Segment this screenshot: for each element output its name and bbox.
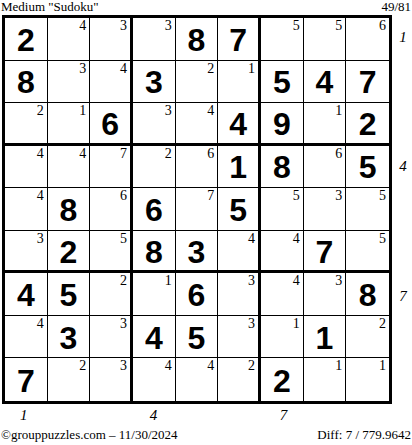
cell-r9c8[interactable]: 1 [304,358,347,401]
cell-r3c3[interactable]: 6 [90,103,133,146]
digit: 3 [188,236,206,268]
digit: 5 [188,322,206,354]
digit: 2 [273,365,291,397]
pencil-mark: 4 [120,61,127,76]
pencil-mark: 2 [165,146,172,161]
digit: 4 [229,108,247,140]
digit: 8 [17,66,35,98]
pencil-mark: 3 [335,273,342,288]
pencil-mark: 5 [120,231,127,246]
cell-r9c1[interactable]: 7 [5,358,48,401]
cell-r2c8[interactable]: 4 [304,61,347,104]
cell-r8c7[interactable]: 1 [261,316,304,359]
digit: 7 [316,236,334,268]
row-label-4: 4 [396,158,410,174]
cell-r5c5[interactable]: 7 [176,188,219,231]
cell-r1c2[interactable]: 4 [48,18,91,61]
pencil-mark: 5 [293,18,300,33]
pencil-mark: 4 [165,358,172,373]
pencil-mark: 4 [79,18,86,33]
pencil-mark: 6 [120,188,127,203]
pencil-mark: 3 [120,358,127,373]
cell-r4c5[interactable]: 6 [176,146,219,189]
pencil-mark: 2 [207,61,214,76]
pencil-mark: 4 [37,188,44,203]
progress-counter: 49/81 [381,0,411,14]
cell-r9c3[interactable]: 3 [90,358,133,401]
cell-r3c9[interactable]: 2 [346,103,389,146]
cell-r7c8[interactable]: 3 [304,273,347,316]
cell-r2c5[interactable]: 2 [176,61,219,104]
cell-r9c2[interactable]: 2 [48,358,91,401]
cell-r2c6[interactable]: 1 [218,61,261,104]
pencil-mark: 3 [165,103,172,118]
digit: 8 [60,194,78,226]
pencil-mark: 1 [335,103,342,118]
pencil-mark: 3 [79,61,86,76]
cell-r7c9[interactable]: 8 [346,273,389,316]
row-label-1: 1 [396,29,410,45]
pencil-mark: 6 [335,146,342,161]
footer: ©grouppuzzles.com – 11/30/2024 Diff: 7 /… [1,428,411,442]
pencil-mark: 3 [335,188,342,203]
difficulty: Diff: 7 / 779.9642 [317,428,411,442]
digit: 1 [229,151,247,183]
digit: 9 [273,108,291,140]
digit: 3 [145,66,163,98]
cell-r8c3[interactable]: 3 [90,316,133,359]
pencil-mark: 4 [37,146,44,161]
pencil-mark: 1 [293,316,300,331]
cell-r9c4[interactable]: 4 [133,358,176,401]
cell-r4c1[interactable]: 4 [5,146,48,189]
cell-r6c2[interactable]: 2 [48,231,91,274]
cell-r4c3[interactable]: 7 [90,146,133,189]
pencil-mark: 3 [120,18,127,33]
cell-r3c1[interactable]: 2 [5,103,48,146]
cell-r6c3[interactable]: 5 [90,231,133,274]
cell-r3c4[interactable]: 3 [133,103,176,146]
header: Medium "Sudoku" 49/81 [1,0,411,14]
sudoku-page: Medium "Sudoku" 49/81 243387556834321547… [0,0,412,445]
cell-r6c7[interactable]: 4 [261,231,304,274]
cell-r3c7[interactable]: 9 [261,103,304,146]
sudoku-board: 2433875568343215472163449124472618654866… [2,15,392,404]
pencil-mark: 5 [379,188,386,203]
cell-r7c2[interactable]: 5 [48,273,91,316]
cell-r3c6[interactable]: 4 [218,103,261,146]
cell-r2c9[interactable]: 7 [346,61,389,104]
digit: 6 [101,108,119,140]
cell-r5c9[interactable]: 5 [346,188,389,231]
digit: 6 [188,279,206,311]
pencil-mark: 3 [37,231,44,246]
pencil-mark: 1 [248,61,255,76]
pencil-mark: 4 [293,231,300,246]
cell-r8c6[interactable]: 3 [218,316,261,359]
pencil-mark: 2 [120,273,127,288]
pencil-mark: 4 [293,273,300,288]
pencil-mark: 4 [248,231,255,246]
cell-r8c4[interactable]: 4 [133,316,176,359]
digit: 2 [359,108,377,140]
digit: 1 [316,322,334,354]
digit: 3 [60,322,78,354]
digit: 7 [17,365,35,397]
cell-r7c3[interactable]: 2 [90,273,133,316]
row-label-7: 7 [396,288,410,304]
digit: 8 [359,279,377,311]
digit: 8 [273,151,291,183]
page-title: Medium "Sudoku" [1,0,99,14]
cell-r4c2[interactable]: 4 [48,146,91,189]
pencil-mark: 6 [207,146,214,161]
cell-r6c5[interactable]: 3 [176,231,219,274]
col-label-4: 4 [147,407,161,423]
pencil-mark: 5 [379,231,386,246]
cell-r1c8[interactable]: 5 [304,18,347,61]
pencil-mark: 3 [165,18,172,33]
cell-r7c6[interactable]: 3 [218,273,261,316]
pencil-mark: 1 [335,358,342,373]
cell-r8c5[interactable]: 5 [176,316,219,359]
pencil-mark: 1 [165,273,172,288]
pencil-mark: 2 [248,358,255,373]
digit: 4 [17,279,35,311]
cell-r6c8[interactable]: 7 [304,231,347,274]
pencil-mark: 1 [79,103,86,118]
cell-r3c8[interactable]: 1 [304,103,347,146]
cell-r2c3[interactable]: 4 [90,61,133,104]
cell-r6c1[interactable]: 3 [5,231,48,274]
digit: 8 [188,24,206,56]
digit: 5 [229,194,247,226]
digit: 6 [145,194,163,226]
pencil-mark: 4 [207,358,214,373]
pencil-mark: 5 [293,188,300,203]
digit: 4 [145,322,163,354]
cell-r4c9[interactable]: 5 [346,146,389,189]
cell-r7c7[interactable]: 4 [261,273,304,316]
pencil-mark: 4 [207,103,214,118]
cell-r8c9[interactable]: 2 [346,316,389,359]
cell-r5c2[interactable]: 8 [48,188,91,231]
pencil-mark: 7 [120,146,127,161]
cell-r9c6[interactable]: 2 [218,358,261,401]
pencil-mark: 2 [37,103,44,118]
cell-r3c2[interactable]: 1 [48,103,91,146]
digit: 8 [145,236,163,268]
cell-r9c9[interactable]: 1 [346,358,389,401]
cell-r4c8[interactable]: 6 [304,146,347,189]
cell-r2c2[interactable]: 3 [48,61,91,104]
cell-r5c6[interactable]: 5 [218,188,261,231]
digit: 4 [316,66,334,98]
pencil-mark: 5 [335,18,342,33]
pencil-mark: 3 [248,273,255,288]
cell-r2c1[interactable]: 8 [5,61,48,104]
pencil-mark: 2 [79,358,86,373]
cell-r7c5[interactable]: 6 [176,273,219,316]
digit: 2 [60,236,78,268]
pencil-mark: 2 [379,316,386,331]
cell-r6c6[interactable]: 4 [218,231,261,274]
copyright-date: ©grouppuzzles.com – 11/30/2024 [1,428,178,442]
cell-r8c1[interactable]: 4 [5,316,48,359]
pencil-mark: 6 [379,18,386,33]
pencil-mark: 7 [207,188,214,203]
cell-r1c9[interactable]: 6 [346,18,389,61]
cell-r7c1[interactable]: 4 [5,273,48,316]
cell-r2c7[interactable]: 5 [261,61,304,104]
cell-r6c4[interactable]: 8 [133,231,176,274]
cell-r8c8[interactable]: 1 [304,316,347,359]
digit: 2 [17,24,35,56]
cell-r1c6[interactable]: 7 [218,18,261,61]
pencil-mark: 4 [79,146,86,161]
cell-r1c4[interactable]: 3 [133,18,176,61]
col-label-1: 1 [17,407,31,423]
cell-r1c5[interactable]: 8 [176,18,219,61]
cell-r1c3[interactable]: 3 [90,18,133,61]
pencil-mark: 1 [379,358,386,373]
digit: 5 [359,151,377,183]
digit: 5 [60,279,78,311]
cell-r3c5[interactable]: 4 [176,103,219,146]
cell-r6c9[interactable]: 5 [346,231,389,274]
cell-r5c8[interactable]: 3 [304,188,347,231]
cell-r9c7[interactable]: 2 [261,358,304,401]
col-label-7: 7 [276,407,290,423]
cell-r1c7[interactable]: 5 [261,18,304,61]
digit: 7 [359,66,377,98]
cell-r2c4[interactable]: 3 [133,61,176,104]
digit: 5 [273,66,291,98]
cell-r4c7[interactable]: 8 [261,146,304,189]
pencil-mark: 4 [37,316,44,331]
cell-r5c3[interactable]: 6 [90,188,133,231]
pencil-mark: 3 [248,316,255,331]
cell-r4c6[interactable]: 1 [218,146,261,189]
pencil-mark: 3 [120,316,127,331]
cell-r5c7[interactable]: 5 [261,188,304,231]
cell-r9c5[interactable]: 4 [176,358,219,401]
cell-r4c4[interactable]: 2 [133,146,176,189]
cell-r5c1[interactable]: 4 [5,188,48,231]
cell-r1c1[interactable]: 2 [5,18,48,61]
digit: 7 [229,24,247,56]
cell-r5c4[interactable]: 6 [133,188,176,231]
cell-r7c4[interactable]: 1 [133,273,176,316]
cell-r8c2[interactable]: 3 [48,316,91,359]
